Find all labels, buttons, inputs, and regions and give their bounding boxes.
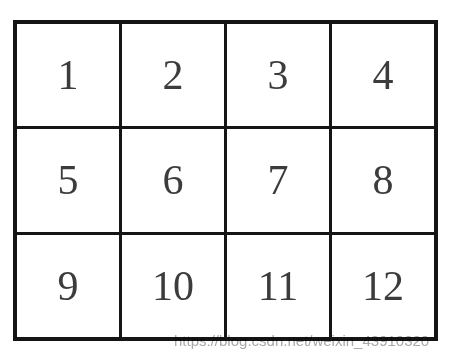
grid-cell-r3c3: 11 (227, 235, 329, 337)
screenshot-canvas: 123456789101112 https://blog.csdn.net/we… (0, 0, 458, 358)
grid-cell-r2c2: 6 (122, 129, 224, 231)
grid-cell-r3c4: 12 (332, 235, 434, 337)
grid-cell-r2c3: 7 (227, 129, 329, 231)
grid-cell-r1c3: 3 (227, 24, 329, 126)
grid-cell-r2c4: 8 (332, 129, 434, 231)
grid-cell-r1c2: 2 (122, 24, 224, 126)
number-grid-board: 123456789101112 (13, 20, 438, 341)
grid-cell-r3c2: 10 (122, 235, 224, 337)
grid-cell-r1c1: 1 (17, 24, 119, 126)
grid-cell-r1c4: 4 (332, 24, 434, 126)
grid-cell-r3c1: 9 (17, 235, 119, 337)
grid-cell-r2c1: 5 (17, 129, 119, 231)
